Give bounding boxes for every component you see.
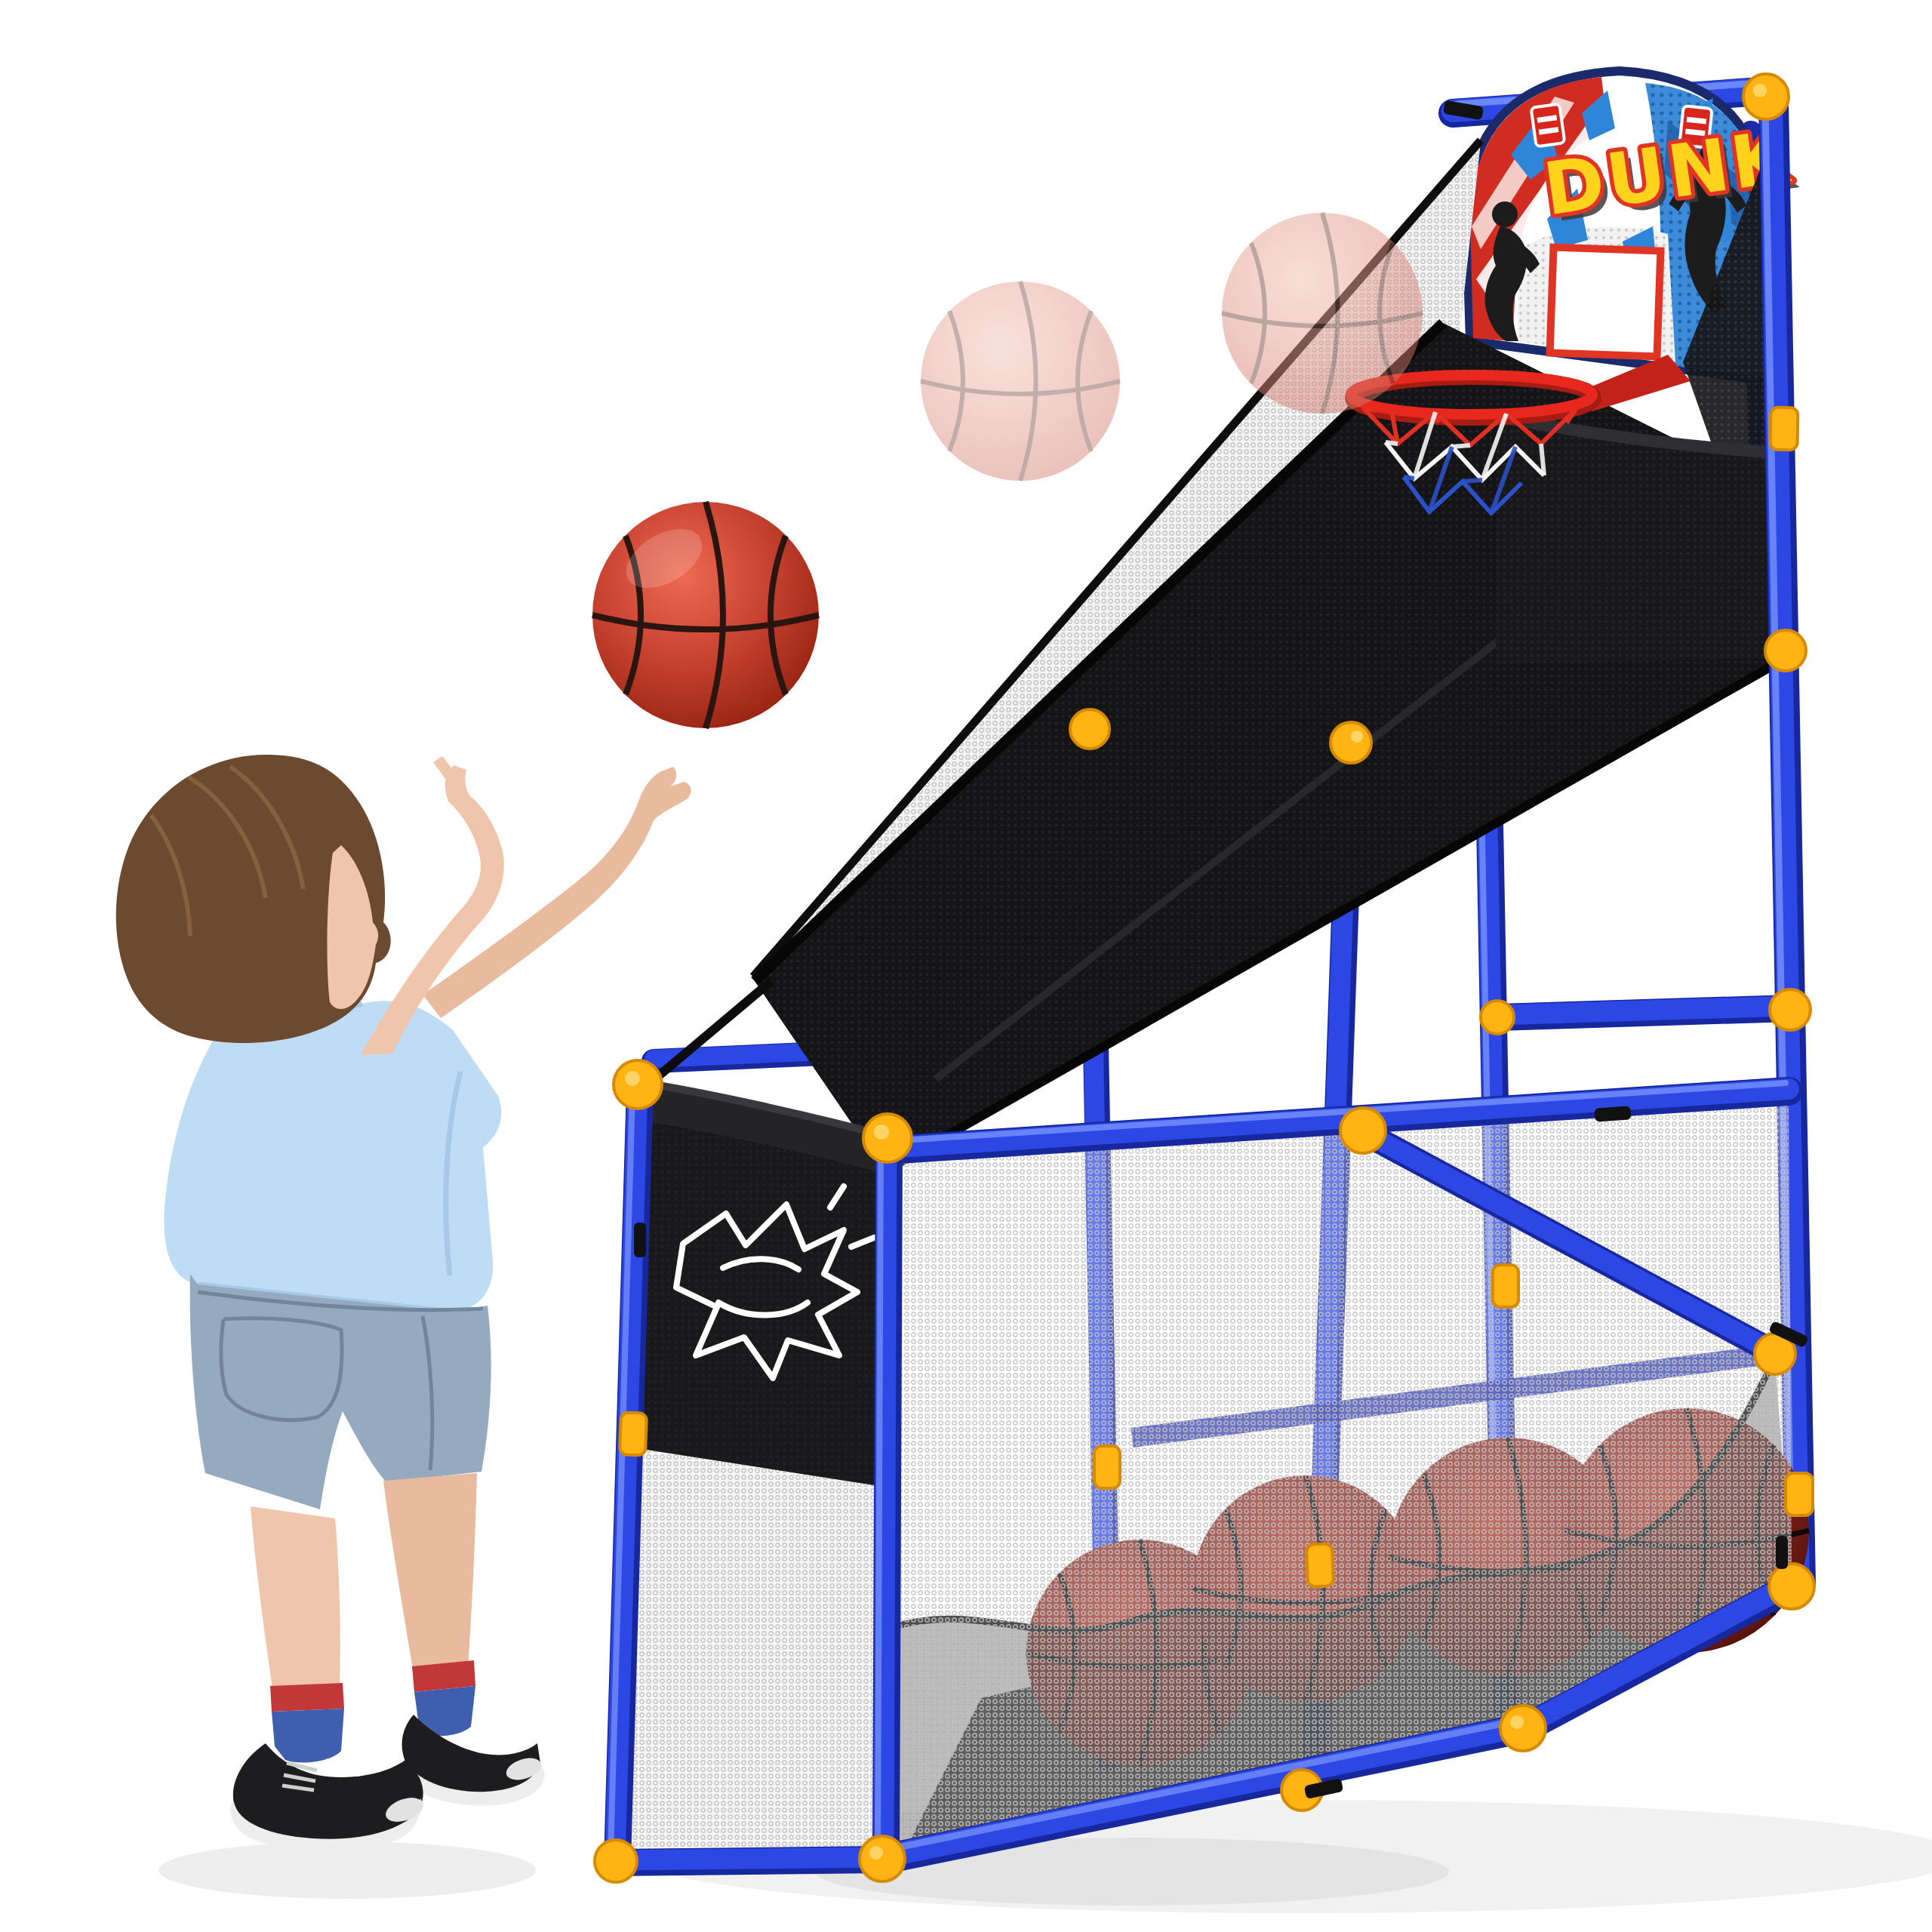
child-near-shoe <box>230 1743 426 1851</box>
shooter-box <box>1550 248 1661 357</box>
child-near-leg <box>251 1506 340 1694</box>
front-flap <box>628 1081 898 1488</box>
child-near-sock <box>272 1709 344 1763</box>
basin-front-mesh <box>884 1088 1792 1858</box>
hoop-pocket <box>1496 417 1781 664</box>
product-photo-scene: DUNK DUNK <box>0 0 1932 1932</box>
scene-canvas: DUNK DUNK <box>0 0 1932 1932</box>
child-far-leg <box>383 1473 477 1674</box>
flying-ball-faded-high <box>1222 213 1423 414</box>
child <box>116 755 691 1851</box>
flying-ball-solid <box>592 502 819 728</box>
child-far-shoe <box>402 1715 545 1806</box>
flying-ball-faded-mid <box>921 281 1120 481</box>
left-box <box>611 1081 898 1863</box>
